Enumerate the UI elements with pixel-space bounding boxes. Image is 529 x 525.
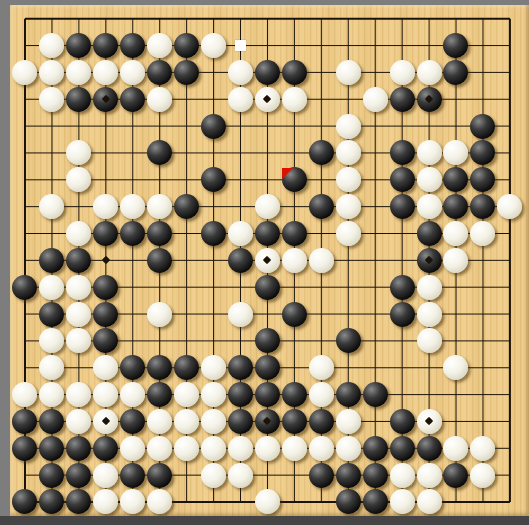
intersection-19-13[interactable] bbox=[496, 327, 523, 354]
intersection-12-8[interactable] bbox=[308, 193, 335, 220]
intersection-6-13[interactable] bbox=[146, 327, 173, 354]
intersection-15-11[interactable] bbox=[389, 274, 416, 301]
intersection-8-18[interactable] bbox=[200, 462, 227, 489]
intersection-15-18[interactable] bbox=[389, 462, 416, 489]
intersection-19-9[interactable] bbox=[496, 220, 523, 247]
intersection-19-7[interactable] bbox=[496, 166, 523, 193]
intersection-7-5[interactable] bbox=[173, 113, 200, 140]
intersection-2-2[interactable] bbox=[38, 32, 65, 59]
intersection-1-13[interactable] bbox=[12, 327, 39, 354]
intersection-18-11[interactable] bbox=[469, 274, 496, 301]
intersection-6-3[interactable] bbox=[146, 59, 173, 86]
intersection-8-8[interactable] bbox=[200, 193, 227, 220]
intersection-10-13[interactable] bbox=[254, 327, 281, 354]
intersection-4-6[interactable] bbox=[92, 140, 119, 167]
intersection-8-7[interactable] bbox=[200, 166, 227, 193]
intersection-3-2[interactable] bbox=[65, 32, 92, 59]
intersection-1-18[interactable] bbox=[12, 462, 39, 489]
intersection-18-6[interactable] bbox=[469, 140, 496, 167]
intersection-19-3[interactable] bbox=[496, 59, 523, 86]
intersection-10-9[interactable] bbox=[254, 220, 281, 247]
intersection-3-14[interactable] bbox=[65, 354, 92, 381]
intersection-10-12[interactable] bbox=[254, 301, 281, 328]
intersection-7-1[interactable] bbox=[173, 5, 200, 32]
intersection-8-9[interactable] bbox=[200, 220, 227, 247]
intersection-4-5[interactable] bbox=[92, 113, 119, 140]
intersection-18-2[interactable] bbox=[469, 32, 496, 59]
intersection-10-18[interactable] bbox=[254, 462, 281, 489]
intersection-16-15[interactable] bbox=[416, 381, 443, 408]
intersection-13-6[interactable] bbox=[335, 140, 362, 167]
intersection-14-6[interactable] bbox=[362, 140, 389, 167]
intersection-17-7[interactable] bbox=[443, 166, 470, 193]
intersection-1-1[interactable] bbox=[12, 5, 39, 32]
intersection-18-16[interactable] bbox=[469, 408, 496, 435]
intersection-10-19[interactable] bbox=[254, 488, 281, 515]
intersection-17-4[interactable] bbox=[443, 86, 470, 113]
intersection-9-17[interactable] bbox=[227, 435, 254, 462]
intersection-12-4[interactable] bbox=[308, 86, 335, 113]
intersection-11-6[interactable] bbox=[281, 140, 308, 167]
intersection-2-17[interactable] bbox=[38, 435, 65, 462]
intersection-6-16[interactable] bbox=[146, 408, 173, 435]
intersection-3-3[interactable] bbox=[65, 59, 92, 86]
intersection-18-18[interactable] bbox=[469, 462, 496, 489]
intersection-7-14[interactable] bbox=[173, 354, 200, 381]
intersection-17-15[interactable] bbox=[443, 381, 470, 408]
intersection-15-19[interactable] bbox=[389, 488, 416, 515]
intersection-11-13[interactable] bbox=[281, 327, 308, 354]
intersection-6-4[interactable] bbox=[146, 86, 173, 113]
intersection-3-6[interactable] bbox=[65, 140, 92, 167]
intersection-12-14[interactable] bbox=[308, 354, 335, 381]
intersection-7-4[interactable] bbox=[173, 86, 200, 113]
intersection-8-15[interactable] bbox=[200, 381, 227, 408]
intersection-13-7[interactable] bbox=[335, 166, 362, 193]
intersection-15-17[interactable] bbox=[389, 435, 416, 462]
intersection-6-9[interactable] bbox=[146, 220, 173, 247]
intersection-4-18[interactable] bbox=[92, 462, 119, 489]
intersection-5-11[interactable] bbox=[119, 274, 146, 301]
intersection-7-17[interactable] bbox=[173, 435, 200, 462]
intersection-17-3[interactable] bbox=[443, 59, 470, 86]
intersection-16-7[interactable] bbox=[416, 166, 443, 193]
intersection-16-13[interactable] bbox=[416, 327, 443, 354]
intersection-8-4[interactable] bbox=[200, 86, 227, 113]
intersection-8-6[interactable] bbox=[200, 140, 227, 167]
intersection-9-11[interactable] bbox=[227, 274, 254, 301]
intersection-11-1[interactable] bbox=[281, 5, 308, 32]
intersection-8-19[interactable] bbox=[200, 488, 227, 515]
intersection-13-5[interactable] bbox=[335, 113, 362, 140]
intersection-19-10[interactable] bbox=[496, 247, 523, 274]
intersection-19-11[interactable] bbox=[496, 274, 523, 301]
intersection-17-6[interactable] bbox=[443, 140, 470, 167]
intersection-4-9[interactable] bbox=[92, 220, 119, 247]
intersection-3-17[interactable] bbox=[65, 435, 92, 462]
intersection-5-19[interactable] bbox=[119, 488, 146, 515]
intersection-8-17[interactable] bbox=[200, 435, 227, 462]
intersection-9-4[interactable] bbox=[227, 86, 254, 113]
intersection-7-19[interactable] bbox=[173, 488, 200, 515]
intersection-15-5[interactable] bbox=[389, 113, 416, 140]
intersection-19-15[interactable] bbox=[496, 381, 523, 408]
intersection-8-11[interactable] bbox=[200, 274, 227, 301]
intersection-19-4[interactable] bbox=[496, 86, 523, 113]
intersection-8-2[interactable] bbox=[200, 32, 227, 59]
intersection-16-18[interactable] bbox=[416, 462, 443, 489]
intersection-17-16[interactable] bbox=[443, 408, 470, 435]
intersection-13-8[interactable] bbox=[335, 193, 362, 220]
intersection-15-14[interactable] bbox=[389, 354, 416, 381]
intersection-4-7[interactable] bbox=[92, 166, 119, 193]
intersection-2-13[interactable] bbox=[38, 327, 65, 354]
intersection-9-12[interactable] bbox=[227, 301, 254, 328]
intersection-2-16[interactable] bbox=[38, 408, 65, 435]
intersection-11-17[interactable] bbox=[281, 435, 308, 462]
intersection-8-10[interactable] bbox=[200, 247, 227, 274]
intersection-3-15[interactable] bbox=[65, 381, 92, 408]
intersection-5-16[interactable] bbox=[119, 408, 146, 435]
intersection-4-13[interactable] bbox=[92, 327, 119, 354]
intersection-12-2[interactable] bbox=[308, 32, 335, 59]
intersection-17-10[interactable] bbox=[443, 247, 470, 274]
intersection-6-1[interactable] bbox=[146, 5, 173, 32]
intersection-19-5[interactable] bbox=[496, 113, 523, 140]
intersection-4-15[interactable] bbox=[92, 381, 119, 408]
intersection-11-11[interactable] bbox=[281, 274, 308, 301]
intersection-10-3[interactable] bbox=[254, 59, 281, 86]
intersection-9-19[interactable] bbox=[227, 488, 254, 515]
intersection-1-10[interactable] bbox=[12, 247, 39, 274]
intersection-1-17[interactable] bbox=[12, 435, 39, 462]
intersection-3-16[interactable] bbox=[65, 408, 92, 435]
intersection-16-1[interactable] bbox=[416, 5, 443, 32]
intersection-15-8[interactable] bbox=[389, 193, 416, 220]
intersection-1-14[interactable] bbox=[12, 354, 39, 381]
intersection-5-14[interactable] bbox=[119, 354, 146, 381]
intersection-16-14[interactable] bbox=[416, 354, 443, 381]
intersection-11-8[interactable] bbox=[281, 193, 308, 220]
intersection-4-19[interactable] bbox=[92, 488, 119, 515]
intersection-12-6[interactable] bbox=[308, 140, 335, 167]
intersection-17-8[interactable] bbox=[443, 193, 470, 220]
intersection-7-8[interactable] bbox=[173, 193, 200, 220]
intersection-15-6[interactable] bbox=[389, 140, 416, 167]
intersection-15-1[interactable] bbox=[389, 5, 416, 32]
intersection-2-15[interactable] bbox=[38, 381, 65, 408]
intersection-10-1[interactable] bbox=[254, 5, 281, 32]
intersection-11-5[interactable] bbox=[281, 113, 308, 140]
intersection-15-2[interactable] bbox=[389, 32, 416, 59]
intersection-1-5[interactable] bbox=[12, 113, 39, 140]
intersection-6-19[interactable] bbox=[146, 488, 173, 515]
intersection-18-17[interactable] bbox=[469, 435, 496, 462]
intersection-12-13[interactable] bbox=[308, 327, 335, 354]
intersection-13-13[interactable] bbox=[335, 327, 362, 354]
intersection-3-9[interactable] bbox=[65, 220, 92, 247]
intersection-4-1[interactable] bbox=[92, 5, 119, 32]
intersection-4-11[interactable] bbox=[92, 274, 119, 301]
intersection-14-10[interactable] bbox=[362, 247, 389, 274]
intersection-15-4[interactable] bbox=[389, 86, 416, 113]
intersection-14-15[interactable] bbox=[362, 381, 389, 408]
intersection-1-16[interactable] bbox=[12, 408, 39, 435]
intersection-9-5[interactable] bbox=[227, 113, 254, 140]
intersection-9-16[interactable] bbox=[227, 408, 254, 435]
intersection-1-2[interactable] bbox=[12, 32, 39, 59]
intersection-9-3[interactable] bbox=[227, 59, 254, 86]
intersection-9-9[interactable] bbox=[227, 220, 254, 247]
intersection-4-12[interactable] bbox=[92, 301, 119, 328]
intersection-15-10[interactable] bbox=[389, 247, 416, 274]
intersection-19-19[interactable] bbox=[496, 488, 523, 515]
intersection-16-5[interactable] bbox=[416, 113, 443, 140]
intersection-6-5[interactable] bbox=[146, 113, 173, 140]
intersection-15-9[interactable] bbox=[389, 220, 416, 247]
intersection-17-19[interactable] bbox=[443, 488, 470, 515]
intersection-16-19[interactable] bbox=[416, 488, 443, 515]
intersection-18-10[interactable] bbox=[469, 247, 496, 274]
intersection-10-5[interactable] bbox=[254, 113, 281, 140]
intersection-1-7[interactable] bbox=[12, 166, 39, 193]
intersection-4-14[interactable] bbox=[92, 354, 119, 381]
intersection-8-14[interactable] bbox=[200, 354, 227, 381]
intersection-2-1[interactable] bbox=[38, 5, 65, 32]
intersection-6-8[interactable] bbox=[146, 193, 173, 220]
intersection-11-19[interactable] bbox=[281, 488, 308, 515]
intersection-2-12[interactable] bbox=[38, 301, 65, 328]
intersection-16-9[interactable] bbox=[416, 220, 443, 247]
intersection-13-3[interactable] bbox=[335, 59, 362, 86]
intersection-6-11[interactable] bbox=[146, 274, 173, 301]
intersection-10-7[interactable] bbox=[254, 166, 281, 193]
intersection-3-11[interactable] bbox=[65, 274, 92, 301]
intersection-18-8[interactable] bbox=[469, 193, 496, 220]
intersection-6-17[interactable] bbox=[146, 435, 173, 462]
intersection-8-1[interactable] bbox=[200, 5, 227, 32]
intersection-1-19[interactable] bbox=[12, 488, 39, 515]
intersection-1-15[interactable] bbox=[12, 381, 39, 408]
intersection-9-8[interactable] bbox=[227, 193, 254, 220]
intersection-9-1[interactable] bbox=[227, 5, 254, 32]
intersection-4-2[interactable] bbox=[92, 32, 119, 59]
intersection-2-7[interactable] bbox=[38, 166, 65, 193]
intersection-6-14[interactable] bbox=[146, 354, 173, 381]
intersection-2-5[interactable] bbox=[38, 113, 65, 140]
intersection-16-3[interactable] bbox=[416, 59, 443, 86]
intersection-7-12[interactable] bbox=[173, 301, 200, 328]
intersection-17-14[interactable] bbox=[443, 354, 470, 381]
intersection-18-3[interactable] bbox=[469, 59, 496, 86]
intersection-14-3[interactable] bbox=[362, 59, 389, 86]
intersection-3-19[interactable] bbox=[65, 488, 92, 515]
intersection-11-2[interactable] bbox=[281, 32, 308, 59]
intersection-9-6[interactable] bbox=[227, 140, 254, 167]
intersection-6-18[interactable] bbox=[146, 462, 173, 489]
intersection-17-17[interactable] bbox=[443, 435, 470, 462]
intersection-12-1[interactable] bbox=[308, 5, 335, 32]
intersection-17-13[interactable] bbox=[443, 327, 470, 354]
intersection-18-4[interactable] bbox=[469, 86, 496, 113]
intersection-2-8[interactable] bbox=[38, 193, 65, 220]
intersection-3-18[interactable] bbox=[65, 462, 92, 489]
intersection-2-10[interactable] bbox=[38, 247, 65, 274]
intersection-12-10[interactable] bbox=[308, 247, 335, 274]
intersection-14-2[interactable] bbox=[362, 32, 389, 59]
intersection-16-11[interactable] bbox=[416, 274, 443, 301]
intersection-5-1[interactable] bbox=[119, 5, 146, 32]
intersection-3-10[interactable] bbox=[65, 247, 92, 274]
intersection-19-2[interactable] bbox=[496, 32, 523, 59]
intersection-17-2[interactable] bbox=[443, 32, 470, 59]
intersection-7-13[interactable] bbox=[173, 327, 200, 354]
intersection-16-17[interactable] bbox=[416, 435, 443, 462]
intersection-7-3[interactable] bbox=[173, 59, 200, 86]
intersection-13-16[interactable] bbox=[335, 408, 362, 435]
intersection-10-14[interactable] bbox=[254, 354, 281, 381]
intersection-8-12[interactable] bbox=[200, 301, 227, 328]
intersection-5-15[interactable] bbox=[119, 381, 146, 408]
intersection-19-12[interactable] bbox=[496, 301, 523, 328]
intersection-11-3[interactable] bbox=[281, 59, 308, 86]
intersection-13-19[interactable] bbox=[335, 488, 362, 515]
intersection-14-8[interactable] bbox=[362, 193, 389, 220]
intersection-2-6[interactable] bbox=[38, 140, 65, 167]
intersection-9-18[interactable] bbox=[227, 462, 254, 489]
intersection-18-7[interactable] bbox=[469, 166, 496, 193]
intersection-11-9[interactable] bbox=[281, 220, 308, 247]
intersection-11-12[interactable] bbox=[281, 301, 308, 328]
intersection-13-4[interactable] bbox=[335, 86, 362, 113]
intersection-6-15[interactable] bbox=[146, 381, 173, 408]
intersection-12-11[interactable] bbox=[308, 274, 335, 301]
intersection-2-3[interactable] bbox=[38, 59, 65, 86]
intersection-11-18[interactable] bbox=[281, 462, 308, 489]
intersection-14-18[interactable] bbox=[362, 462, 389, 489]
intersection-13-18[interactable] bbox=[335, 462, 362, 489]
intersection-14-16[interactable] bbox=[362, 408, 389, 435]
intersection-9-15[interactable] bbox=[227, 381, 254, 408]
intersection-13-1[interactable] bbox=[335, 5, 362, 32]
intersection-6-2[interactable] bbox=[146, 32, 173, 59]
intersection-18-15[interactable] bbox=[469, 381, 496, 408]
intersection-17-5[interactable] bbox=[443, 113, 470, 140]
intersection-6-12[interactable] bbox=[146, 301, 173, 328]
intersection-14-9[interactable] bbox=[362, 220, 389, 247]
intersection-11-14[interactable] bbox=[281, 354, 308, 381]
intersection-12-16[interactable] bbox=[308, 408, 335, 435]
intersection-13-12[interactable] bbox=[335, 301, 362, 328]
intersection-17-12[interactable] bbox=[443, 301, 470, 328]
intersection-18-12[interactable] bbox=[469, 301, 496, 328]
intersection-3-1[interactable] bbox=[65, 5, 92, 32]
intersection-18-14[interactable] bbox=[469, 354, 496, 381]
intersection-10-15[interactable] bbox=[254, 381, 281, 408]
intersection-10-11[interactable] bbox=[254, 274, 281, 301]
intersection-5-8[interactable] bbox=[119, 193, 146, 220]
intersection-9-14[interactable] bbox=[227, 354, 254, 381]
intersection-13-14[interactable] bbox=[335, 354, 362, 381]
intersection-15-12[interactable] bbox=[389, 301, 416, 328]
intersection-2-14[interactable] bbox=[38, 354, 65, 381]
intersection-12-3[interactable] bbox=[308, 59, 335, 86]
intersection-1-6[interactable] bbox=[12, 140, 39, 167]
intersection-5-18[interactable] bbox=[119, 462, 146, 489]
intersection-7-10[interactable] bbox=[173, 247, 200, 274]
intersection-5-6[interactable] bbox=[119, 140, 146, 167]
intersection-5-10[interactable] bbox=[119, 247, 146, 274]
intersection-3-5[interactable] bbox=[65, 113, 92, 140]
intersection-1-4[interactable] bbox=[12, 86, 39, 113]
intersection-12-19[interactable] bbox=[308, 488, 335, 515]
go-board[interactable] bbox=[10, 5, 529, 516]
intersection-12-9[interactable] bbox=[308, 220, 335, 247]
intersection-1-9[interactable] bbox=[12, 220, 39, 247]
intersection-8-3[interactable] bbox=[200, 59, 227, 86]
intersection-14-12[interactable] bbox=[362, 301, 389, 328]
intersection-1-3[interactable] bbox=[12, 59, 39, 86]
intersection-13-17[interactable] bbox=[335, 435, 362, 462]
intersection-10-8[interactable] bbox=[254, 193, 281, 220]
intersection-14-17[interactable] bbox=[362, 435, 389, 462]
intersection-14-4[interactable] bbox=[362, 86, 389, 113]
intersection-11-15[interactable] bbox=[281, 381, 308, 408]
intersection-18-13[interactable] bbox=[469, 327, 496, 354]
intersection-2-4[interactable] bbox=[38, 86, 65, 113]
intersection-19-8[interactable] bbox=[496, 193, 523, 220]
intersection-7-15[interactable] bbox=[173, 381, 200, 408]
intersection-18-1[interactable] bbox=[469, 5, 496, 32]
intersection-19-18[interactable] bbox=[496, 462, 523, 489]
intersection-8-5[interactable] bbox=[200, 113, 227, 140]
intersection-1-8[interactable] bbox=[12, 193, 39, 220]
intersection-15-13[interactable] bbox=[389, 327, 416, 354]
intersection-12-7[interactable] bbox=[308, 166, 335, 193]
intersection-15-7[interactable] bbox=[389, 166, 416, 193]
intersection-14-5[interactable] bbox=[362, 113, 389, 140]
intersection-19-14[interactable] bbox=[496, 354, 523, 381]
intersection-13-2[interactable] bbox=[335, 32, 362, 59]
intersection-5-12[interactable] bbox=[119, 301, 146, 328]
intersection-7-7[interactable] bbox=[173, 166, 200, 193]
intersection-14-1[interactable] bbox=[362, 5, 389, 32]
intersection-18-19[interactable] bbox=[469, 488, 496, 515]
intersection-2-18[interactable] bbox=[38, 462, 65, 489]
intersection-3-13[interactable] bbox=[65, 327, 92, 354]
intersection-7-16[interactable] bbox=[173, 408, 200, 435]
intersection-4-8[interactable] bbox=[92, 193, 119, 220]
intersection-17-18[interactable] bbox=[443, 462, 470, 489]
intersection-12-18[interactable] bbox=[308, 462, 335, 489]
intersection-9-10[interactable] bbox=[227, 247, 254, 274]
intersection-17-9[interactable] bbox=[443, 220, 470, 247]
intersection-12-5[interactable] bbox=[308, 113, 335, 140]
intersection-19-16[interactable] bbox=[496, 408, 523, 435]
intersection-10-6[interactable] bbox=[254, 140, 281, 167]
intersection-4-17[interactable] bbox=[92, 435, 119, 462]
intersection-5-2[interactable] bbox=[119, 32, 146, 59]
intersection-14-14[interactable] bbox=[362, 354, 389, 381]
intersection-3-8[interactable] bbox=[65, 193, 92, 220]
intersection-1-11[interactable] bbox=[12, 274, 39, 301]
intersection-3-4[interactable] bbox=[65, 86, 92, 113]
intersection-8-13[interactable] bbox=[200, 327, 227, 354]
intersection-10-17[interactable] bbox=[254, 435, 281, 462]
intersection-18-5[interactable] bbox=[469, 113, 496, 140]
intersection-7-6[interactable] bbox=[173, 140, 200, 167]
intersection-13-11[interactable] bbox=[335, 274, 362, 301]
